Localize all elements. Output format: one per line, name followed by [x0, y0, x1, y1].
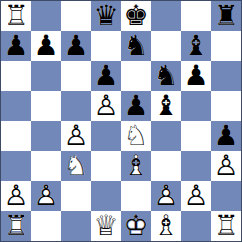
square-g2[interactable]: ♟♙ [181, 181, 211, 211]
white-king-glyph-outline: ♔ [121, 211, 151, 241]
white-pawn-glyph-fill: ♟ [211, 151, 241, 181]
white-pawn-glyph-outline: ♙ [1, 181, 31, 211]
black-pawn-glyph-outline: ♟ [121, 91, 151, 121]
black-pawn-glyph-outline: ♟ [211, 121, 241, 151]
black-pawn-glyph-fill: ♙ [181, 61, 211, 91]
white-pawn-glyph-outline: ♙ [61, 121, 91, 151]
square-c7[interactable]: ♙♟ [61, 31, 91, 61]
square-a8[interactable]: ♜♖ [1, 1, 31, 31]
square-e5[interactable]: ♙♟ [121, 91, 151, 121]
black-pawn-glyph-fill: ♙ [121, 91, 151, 121]
black-pawn-glyph-outline: ♟ [181, 61, 211, 91]
square-e2[interactable] [121, 181, 151, 211]
white-knight-piece[interactable]: ♞♘ [121, 121, 151, 151]
white-knight-glyph-outline: ♘ [61, 151, 91, 181]
white-bishop-glyph-fill: ♝ [151, 211, 181, 241]
white-knight-glyph-outline: ♘ [121, 121, 151, 151]
square-f4[interactable] [151, 121, 181, 151]
white-king-piece[interactable]: ♚♔ [121, 211, 151, 241]
black-knight-piece[interactable]: ♘♞ [151, 61, 181, 91]
white-pawn-glyph-outline: ♙ [151, 181, 181, 211]
square-b1[interactable] [31, 211, 61, 241]
black-king-piece[interactable]: ♔♚ [121, 1, 151, 31]
white-rook-glyph-fill: ♜ [1, 211, 31, 241]
square-g5[interactable] [181, 91, 211, 121]
square-f2[interactable]: ♟♙ [151, 181, 181, 211]
square-c2[interactable] [61, 181, 91, 211]
black-pawn-glyph-outline: ♟ [1, 31, 31, 61]
square-d5[interactable]: ♟♙ [91, 91, 121, 121]
chess-diagram: ♜♖♕♛♔♚♖♜♙♟♙♟♙♟♘♞♗♝♙♟♘♞♙♟♟♙♙♟♗♝♟♙♞♘♙♟♞♘♝♗… [0, 0, 242, 242]
square-g8[interactable] [181, 1, 211, 31]
black-king-glyph-outline: ♚ [121, 1, 151, 31]
white-pawn-glyph-outline: ♙ [31, 181, 61, 211]
square-g4[interactable] [181, 121, 211, 151]
white-pawn-glyph-fill: ♟ [181, 181, 211, 211]
square-e7[interactable]: ♘♞ [121, 31, 151, 61]
square-g3[interactable] [181, 151, 211, 181]
square-f1[interactable]: ♝♗ [151, 211, 181, 241]
black-bishop-glyph-fill: ♗ [181, 31, 211, 61]
black-pawn-glyph-fill: ♙ [1, 31, 31, 61]
black-queen-glyph-fill: ♕ [91, 1, 121, 31]
chess-board: ♜♖♕♛♔♚♖♜♙♟♙♟♙♟♘♞♗♝♙♟♘♞♙♟♟♙♙♟♗♝♟♙♞♘♙♟♞♘♝♗… [0, 0, 242, 242]
black-pawn-glyph-fill: ♙ [91, 61, 121, 91]
black-rook-piece[interactable]: ♖♜ [211, 1, 241, 31]
square-g7[interactable]: ♗♝ [181, 31, 211, 61]
black-pawn-piece[interactable]: ♙♟ [211, 121, 241, 151]
square-a6[interactable] [1, 61, 31, 91]
square-e4[interactable]: ♞♘ [121, 121, 151, 151]
square-a1[interactable]: ♜♖ [1, 211, 31, 241]
square-d6[interactable]: ♙♟ [91, 61, 121, 91]
black-bishop-piece[interactable]: ♗♝ [151, 91, 181, 121]
white-queen-glyph-fill: ♛ [91, 211, 121, 241]
square-b4[interactable] [31, 121, 61, 151]
black-pawn-glyph-outline: ♟ [91, 61, 121, 91]
black-bishop-glyph-fill: ♗ [151, 91, 181, 121]
square-d3[interactable] [91, 151, 121, 181]
square-d1[interactable]: ♛♕ [91, 211, 121, 241]
square-b5[interactable] [31, 91, 61, 121]
square-e8[interactable]: ♔♚ [121, 1, 151, 31]
square-e1[interactable]: ♚♔ [121, 211, 151, 241]
white-rook-glyph-outline: ♖ [1, 211, 31, 241]
white-rook-piece[interactable]: ♜♖ [1, 1, 31, 31]
square-d4[interactable] [91, 121, 121, 151]
white-rook-glyph-fill: ♜ [211, 211, 241, 241]
white-queen-glyph-outline: ♕ [91, 211, 121, 241]
square-h2[interactable] [211, 181, 241, 211]
square-h5[interactable] [211, 91, 241, 121]
black-queen-piece[interactable]: ♕♛ [91, 1, 121, 31]
white-pawn-piece[interactable]: ♟♙ [1, 181, 31, 211]
square-a7[interactable]: ♙♟ [1, 31, 31, 61]
square-f6[interactable]: ♘♞ [151, 61, 181, 91]
black-pawn-piece[interactable]: ♙♟ [61, 31, 91, 61]
black-knight-glyph-outline: ♞ [121, 31, 151, 61]
square-h7[interactable] [211, 31, 241, 61]
white-pawn-glyph-fill: ♟ [1, 181, 31, 211]
square-h6[interactable] [211, 61, 241, 91]
black-queen-glyph-outline: ♛ [91, 1, 121, 31]
white-pawn-piece[interactable]: ♟♙ [91, 91, 121, 121]
square-b3[interactable] [31, 151, 61, 181]
white-pawn-glyph-fill: ♟ [91, 91, 121, 121]
white-pawn-glyph-fill: ♟ [151, 181, 181, 211]
white-rook-glyph-fill: ♜ [1, 1, 31, 31]
black-bishop-glyph-outline: ♝ [181, 31, 211, 61]
black-pawn-piece[interactable]: ♙♟ [31, 31, 61, 61]
white-pawn-glyph-fill: ♟ [61, 121, 91, 151]
black-bishop-glyph-outline: ♝ [151, 91, 181, 121]
white-king-glyph-fill: ♚ [121, 211, 151, 241]
square-e3[interactable]: ♝♗ [121, 151, 151, 181]
white-pawn-glyph-outline: ♙ [211, 151, 241, 181]
square-h3[interactable]: ♟♙ [211, 151, 241, 181]
square-a2[interactable]: ♟♙ [1, 181, 31, 211]
square-a3[interactable] [1, 151, 31, 181]
square-a5[interactable] [1, 91, 31, 121]
square-f8[interactable] [151, 1, 181, 31]
square-h8[interactable]: ♖♜ [211, 1, 241, 31]
black-pawn-piece[interactable]: ♙♟ [91, 61, 121, 91]
black-pawn-glyph-fill: ♙ [61, 31, 91, 61]
black-knight-piece[interactable]: ♘♞ [121, 31, 151, 61]
square-h1[interactable]: ♜♖ [211, 211, 241, 241]
white-queen-piece[interactable]: ♛♕ [91, 211, 121, 241]
black-pawn-glyph-outline: ♟ [31, 31, 61, 61]
white-pawn-piece[interactable]: ♟♙ [61, 121, 91, 151]
white-pawn-glyph-outline: ♙ [181, 181, 211, 211]
square-h4[interactable]: ♙♟ [211, 121, 241, 151]
white-bishop-piece[interactable]: ♝♗ [121, 151, 151, 181]
black-rook-glyph-fill: ♖ [211, 1, 241, 31]
black-pawn-piece[interactable]: ♙♟ [1, 31, 31, 61]
white-rook-glyph-outline: ♖ [1, 1, 31, 31]
white-pawn-piece[interactable]: ♟♙ [211, 151, 241, 181]
black-pawn-piece[interactable]: ♙♟ [181, 61, 211, 91]
white-pawn-piece[interactable]: ♟♙ [151, 181, 181, 211]
white-rook-piece[interactable]: ♜♖ [1, 211, 31, 241]
black-knight-glyph-fill: ♘ [121, 31, 151, 61]
white-knight-piece[interactable]: ♞♘ [61, 151, 91, 181]
white-knight-glyph-fill: ♞ [121, 121, 151, 151]
square-c6[interactable] [61, 61, 91, 91]
white-knight-glyph-fill: ♞ [61, 151, 91, 181]
black-knight-glyph-fill: ♘ [151, 61, 181, 91]
square-c3[interactable]: ♞♘ [61, 151, 91, 181]
black-pawn-glyph-outline: ♟ [61, 31, 91, 61]
square-c8[interactable] [61, 1, 91, 31]
square-b8[interactable] [31, 1, 61, 31]
square-c5[interactable] [61, 91, 91, 121]
black-pawn-glyph-fill: ♙ [31, 31, 61, 61]
white-bishop-glyph-fill: ♝ [121, 151, 151, 181]
white-rook-piece[interactable]: ♜♖ [211, 211, 241, 241]
black-bishop-piece[interactable]: ♗♝ [181, 31, 211, 61]
black-pawn-piece[interactable]: ♙♟ [121, 91, 151, 121]
white-pawn-glyph-fill: ♟ [31, 181, 61, 211]
white-bishop-glyph-outline: ♗ [121, 151, 151, 181]
black-king-glyph-fill: ♔ [121, 1, 151, 31]
square-b2[interactable]: ♟♙ [31, 181, 61, 211]
square-f7[interactable] [151, 31, 181, 61]
white-bishop-piece[interactable]: ♝♗ [151, 211, 181, 241]
white-pawn-piece[interactable]: ♟♙ [31, 181, 61, 211]
square-d8[interactable]: ♕♛ [91, 1, 121, 31]
square-c1[interactable] [61, 211, 91, 241]
black-rook-glyph-outline: ♜ [211, 1, 241, 31]
black-knight-glyph-outline: ♞ [151, 61, 181, 91]
square-c4[interactable]: ♟♙ [61, 121, 91, 151]
square-d7[interactable] [91, 31, 121, 61]
white-rook-glyph-outline: ♖ [211, 211, 241, 241]
square-g6[interactable]: ♙♟ [181, 61, 211, 91]
square-a4[interactable] [1, 121, 31, 151]
square-b6[interactable] [31, 61, 61, 91]
square-e6[interactable] [121, 61, 151, 91]
square-b7[interactable]: ♙♟ [31, 31, 61, 61]
square-f5[interactable]: ♗♝ [151, 91, 181, 121]
white-pawn-glyph-outline: ♙ [91, 91, 121, 121]
black-pawn-glyph-fill: ♙ [211, 121, 241, 151]
white-bishop-glyph-outline: ♗ [151, 211, 181, 241]
square-f3[interactable] [151, 151, 181, 181]
square-d2[interactable] [91, 181, 121, 211]
square-g1[interactable] [181, 211, 211, 241]
white-pawn-piece[interactable]: ♟♙ [181, 181, 211, 211]
